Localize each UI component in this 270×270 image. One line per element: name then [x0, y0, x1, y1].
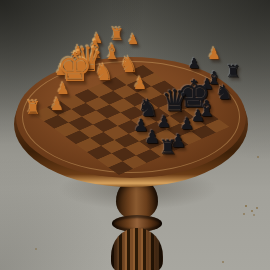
- pieces-layer: ♜♟♟♟♝♝♟♟♛♞♟♜♞♚♝♟♟♟♞♟♚♛♜♞♝♟♟♟♟♟♟♜: [0, 0, 270, 270]
- light-pawn: ♟: [131, 76, 149, 92]
- chess-table-photo: ♜♟♟♟♝♝♟♟♛♞♟♜♞♚♝♟♟♟♞♟♚♛♜♞♝♟♟♟♟♟♟♜: [0, 0, 270, 270]
- light-rook: ♜: [23, 99, 43, 117]
- light-pawn: ♟: [206, 47, 223, 62]
- dark-rook: ♜: [224, 63, 243, 80]
- light-pawn: ♟: [126, 33, 140, 46]
- dark-pawn: ♟: [186, 56, 201, 70]
- light-knight: ♞: [117, 55, 140, 76]
- dark-rook: ♜: [157, 137, 179, 157]
- light-pawn: ♟: [48, 97, 66, 113]
